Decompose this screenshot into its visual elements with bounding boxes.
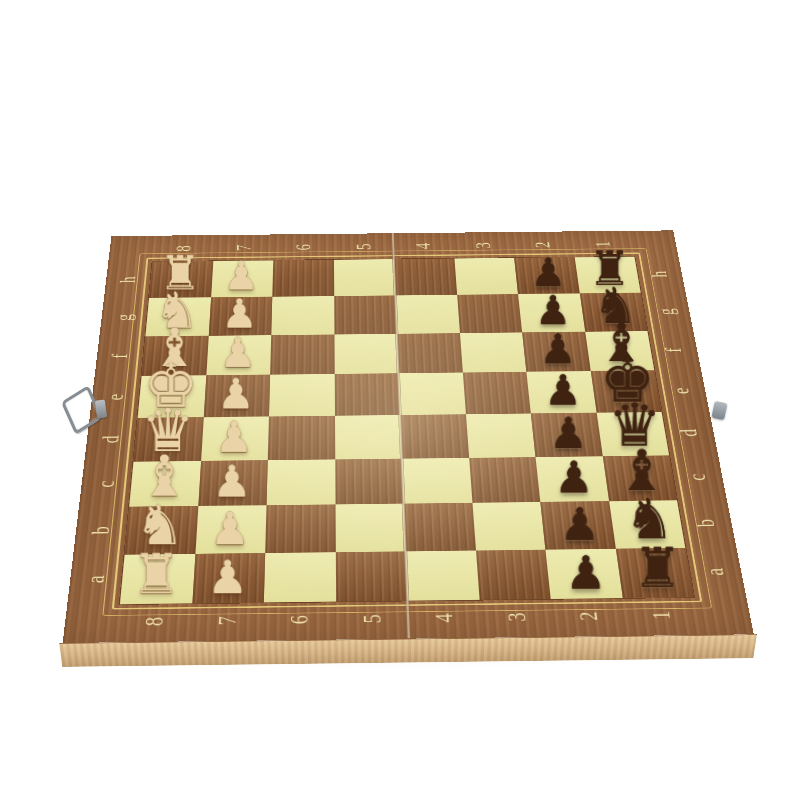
square-f4[interactable] bbox=[397, 333, 463, 373]
black-pawn-d2[interactable]: ♟ bbox=[549, 412, 587, 455]
black-pawn-e2[interactable]: ♟ bbox=[544, 370, 582, 412]
chess-board: ♜♟♟♜♞♟♟♞♝♟♟♝♚♟♟♚♛♟♟♛♝♟♟♝♞♟♟♞♜♟♟♜ 8765432… bbox=[63, 230, 754, 643]
square-f5[interactable] bbox=[334, 334, 398, 374]
square-b7[interactable]: ♟ bbox=[195, 505, 267, 553]
square-c7[interactable]: ♟ bbox=[198, 460, 268, 506]
black-pawn-c2[interactable]: ♟ bbox=[554, 456, 593, 500]
square-a2[interactable]: ♟ bbox=[545, 549, 622, 599]
square-g4[interactable] bbox=[395, 295, 459, 334]
white-pawn-a7[interactable]: ♟ bbox=[208, 555, 249, 601]
white-pawn-c7[interactable]: ♟ bbox=[213, 460, 252, 504]
white-pawn-b7[interactable]: ♟ bbox=[210, 506, 250, 551]
square-g3[interactable] bbox=[457, 294, 522, 333]
square-a7[interactable]: ♟ bbox=[192, 553, 265, 604]
square-c2[interactable]: ♟ bbox=[536, 456, 609, 502]
board-front-edge bbox=[59, 634, 757, 667]
square-h6[interactable] bbox=[272, 260, 334, 297]
square-d6[interactable] bbox=[268, 416, 335, 460]
clasp-plate bbox=[95, 399, 107, 418]
square-f3[interactable] bbox=[459, 332, 526, 372]
square-e7[interactable]: ♟ bbox=[203, 375, 270, 418]
white-pawn-d7[interactable]: ♟ bbox=[215, 416, 253, 459]
square-c4[interactable] bbox=[402, 458, 472, 504]
square-d3[interactable] bbox=[465, 414, 535, 458]
square-h5[interactable] bbox=[334, 259, 396, 296]
square-a1[interactable]: ♜ bbox=[615, 548, 694, 598]
square-d2[interactable]: ♟ bbox=[531, 413, 602, 457]
white-rook-a8[interactable]: ♜ bbox=[132, 547, 181, 602]
square-c5[interactable] bbox=[335, 458, 404, 504]
white-pawn-f7[interactable]: ♟ bbox=[220, 333, 257, 374]
white-pawn-e7[interactable]: ♟ bbox=[218, 374, 256, 416]
square-d5[interactable] bbox=[334, 415, 401, 459]
black-pawn-b2[interactable]: ♟ bbox=[560, 502, 600, 547]
square-a8[interactable]: ♜ bbox=[120, 554, 195, 605]
square-b2[interactable]: ♟ bbox=[540, 501, 615, 549]
black-pawn-a2[interactable]: ♟ bbox=[565, 551, 606, 597]
square-e5[interactable] bbox=[334, 373, 400, 416]
square-a3[interactable] bbox=[475, 549, 550, 599]
square-e3[interactable] bbox=[462, 372, 530, 414]
square-c3[interactable] bbox=[469, 457, 541, 503]
square-f6[interactable] bbox=[270, 334, 334, 374]
square-b3[interactable] bbox=[472, 502, 545, 550]
black-rook-a1[interactable]: ♜ bbox=[633, 541, 682, 596]
square-c6[interactable] bbox=[266, 459, 335, 505]
square-g5[interactable] bbox=[334, 296, 397, 335]
square-a5[interactable] bbox=[335, 551, 407, 602]
black-pawn-f2[interactable]: ♟ bbox=[539, 329, 576, 370]
square-d7[interactable]: ♟ bbox=[201, 417, 269, 461]
square-b5[interactable] bbox=[335, 504, 405, 552]
board-perspective-wrapper: ♜♟♟♜♞♟♟♞♝♟♟♝♚♟♟♚♛♟♟♛♝♟♟♝♞♟♟♞♜♟♟♜ 8765432… bbox=[90, 105, 710, 725]
square-h3[interactable] bbox=[454, 258, 518, 295]
square-a4[interactable] bbox=[405, 550, 479, 600]
metal-clasp bbox=[62, 386, 112, 430]
square-h4[interactable] bbox=[394, 259, 457, 296]
square-b6[interactable] bbox=[265, 505, 335, 553]
metal-hinge-pin bbox=[711, 401, 727, 420]
square-e6[interactable] bbox=[269, 374, 335, 417]
square-g6[interactable] bbox=[271, 296, 334, 335]
square-a6[interactable] bbox=[264, 552, 336, 603]
square-e4[interactable] bbox=[398, 373, 465, 415]
square-b4[interactable] bbox=[404, 503, 476, 551]
square-d4[interactable] bbox=[400, 414, 469, 458]
product-photo-scene: ♜♟♟♜♞♟♟♞♝♟♟♝♚♟♟♚♛♟♟♛♝♟♟♝♞♟♟♞♜♟♟♜ 8765432… bbox=[0, 0, 800, 800]
